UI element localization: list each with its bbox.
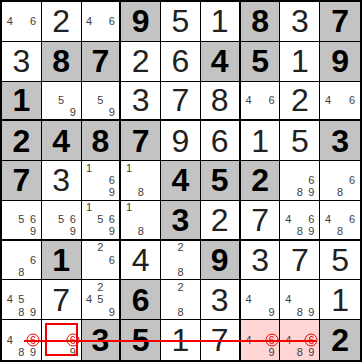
candidate-8: 8 <box>334 226 346 238</box>
cell-r8c9[interactable]: 1 <box>320 280 360 320</box>
cell-r3c9[interactable]: 46 <box>320 82 360 122</box>
candidate-6: 6 <box>266 94 278 106</box>
given-digit: 4 <box>52 125 70 157</box>
given-digit: 2 <box>12 125 30 157</box>
cell-r1c5[interactable]: 5 <box>161 2 201 42</box>
candidate-9: 9 <box>67 346 79 359</box>
candidate-4: 4 <box>282 294 294 306</box>
cell-r6c7[interactable]: 7 <box>241 201 281 241</box>
cell-r1c4[interactable]: 9 <box>121 2 161 42</box>
cell-r4c4[interactable]: 7 <box>121 121 161 161</box>
cell-r3c6[interactable]: 8 <box>201 82 241 122</box>
candidate-2: 2 <box>175 242 187 254</box>
solved-digit: 6 <box>172 45 190 77</box>
candidate-4: 4 <box>243 334 255 347</box>
given-digit: 6 <box>132 284 150 316</box>
candidate-6: 6 <box>106 174 117 186</box>
candidate-9: 9 <box>266 306 278 318</box>
cell-r3c8[interactable]: 2 <box>280 82 320 122</box>
cell-r8c4[interactable]: 6 <box>121 280 161 320</box>
candidate-9: 9 <box>306 187 318 199</box>
candidate-grid: 469 <box>241 320 280 360</box>
given-digit: 4 <box>211 45 229 77</box>
solved-digit: 5 <box>291 125 309 157</box>
cell-r3c7[interactable]: 46 <box>241 82 281 122</box>
candidate-6-circled: 6 <box>67 334 79 347</box>
solved-digit: 1 <box>251 125 269 157</box>
candidate-4: 4 <box>282 334 294 347</box>
candidate-5: 5 <box>16 294 28 306</box>
cell-r1c9[interactable]: 7 <box>320 2 360 42</box>
cell-r2c3[interactable]: 7 <box>82 42 122 82</box>
candidate-5: 5 <box>55 94 67 106</box>
cell-r4c7[interactable]: 1 <box>241 121 281 161</box>
candidate-1: 1 <box>123 202 135 214</box>
candidate-8: 8 <box>334 187 346 199</box>
given-digit: 7 <box>132 125 150 157</box>
solved-digit: 2 <box>132 45 150 77</box>
candidate-2: 2 <box>95 242 106 254</box>
candidate-1: 1 <box>123 162 135 174</box>
candidate-4: 4 <box>84 294 95 306</box>
given-digit: 5 <box>211 164 229 196</box>
candidate-9: 9 <box>67 106 79 118</box>
candidate-4: 4 <box>243 94 255 106</box>
cell-r9c4[interactable]: 5 <box>121 320 161 360</box>
candidate-4: 4 <box>282 214 294 226</box>
cell-r5c1[interactable]: 7 <box>2 161 42 201</box>
candidate-5: 5 <box>16 214 28 226</box>
cell-r6c2[interactable]: 569 <box>42 201 82 241</box>
given-digit: 2 <box>331 324 349 356</box>
candidate-4: 4 <box>4 294 16 306</box>
candidate-6: 6 <box>27 214 39 226</box>
candidate-5: 5 <box>95 94 106 106</box>
given-digit: 8 <box>251 5 269 37</box>
candidate-9: 9 <box>27 306 39 318</box>
solved-digit: 3 <box>211 284 229 316</box>
solved-digit: 1 <box>291 45 309 77</box>
cell-r4c9[interactable]: 3 <box>320 121 360 161</box>
cell-r3c4[interactable]: 3 <box>121 82 161 122</box>
cell-r4c2[interactable]: 4 <box>42 121 82 161</box>
cell-r6c4[interactable]: 18 <box>121 201 161 241</box>
candidate-grid: 68 <box>2 241 41 280</box>
cell-r2c2[interactable]: 8 <box>42 42 82 82</box>
solved-digit: 3 <box>132 84 150 116</box>
cell-r8c2[interactable]: 7 <box>42 280 82 320</box>
candidate-6: 6 <box>27 254 39 266</box>
cell-r6c5[interactable]: 3 <box>161 201 201 241</box>
candidate-1: 1 <box>84 162 95 174</box>
solved-digit: 7 <box>52 284 70 316</box>
cell-r1c1[interactable]: 46 <box>2 2 42 42</box>
cell-r8c6[interactable]: 3 <box>201 280 241 320</box>
solved-digit: 3 <box>251 244 269 276</box>
candidate-9: 9 <box>67 226 79 238</box>
cell-r9c3[interactable]: 3 <box>82 320 122 360</box>
candidate-4: 4 <box>84 15 95 27</box>
cell-r6c1[interactable]: 569 <box>2 201 42 241</box>
candidate-6: 6 <box>346 174 358 186</box>
candidate-grid: 49 <box>241 280 280 319</box>
candidate-6: 6 <box>27 15 39 27</box>
candidate-grid: 28 <box>161 241 200 280</box>
candidate-2: 2 <box>175 281 187 293</box>
candidate-4: 4 <box>4 334 16 347</box>
cell-r9c7[interactable]: 469 <box>241 320 281 360</box>
cell-r3c3[interactable]: 59 <box>82 82 122 122</box>
given-digit: 8 <box>52 45 70 77</box>
cell-r5c8[interactable]: 689 <box>280 161 320 201</box>
given-digit: 7 <box>12 164 30 196</box>
candidate-6: 6 <box>67 214 79 226</box>
cell-r2c1[interactable]: 3 <box>2 42 42 82</box>
candidate-grid: 18 <box>121 201 160 239</box>
candidate-4: 4 <box>322 94 334 106</box>
cell-r8c8[interactable]: 489 <box>280 280 320 320</box>
solved-digit: 9 <box>172 125 190 157</box>
given-digit: 4 <box>172 164 190 196</box>
candidate-6: 6 <box>106 214 117 226</box>
candidate-grid: 1569 <box>82 201 120 239</box>
candidate-grid: 2459 <box>82 280 120 319</box>
candidate-grid: 569 <box>2 201 41 239</box>
cell-r5c3[interactable]: 169 <box>82 161 122 201</box>
cell-r5c6[interactable]: 5 <box>201 161 241 201</box>
candidate-6: 6 <box>346 214 358 226</box>
cell-r1c6[interactable]: 1 <box>201 2 241 42</box>
cell-r4c8[interactable]: 5 <box>280 121 320 161</box>
cell-r4c5[interactable]: 9 <box>161 121 201 161</box>
candidate-grid: 59 <box>82 82 120 120</box>
candidate-grid: 69 <box>42 320 81 360</box>
candidate-grid: 28 <box>161 280 200 319</box>
given-digit: 1 <box>52 244 70 276</box>
cell-r7c6[interactable]: 9 <box>201 241 241 281</box>
cell-r2c8[interactable]: 1 <box>280 42 320 82</box>
candidate-6: 6 <box>106 15 117 27</box>
solved-digit: 1 <box>331 284 349 316</box>
candidate-9: 9 <box>106 187 117 199</box>
candidate-grid: 68 <box>320 161 360 200</box>
candidate-9: 9 <box>106 226 117 238</box>
candidate-grid: 468 <box>320 201 360 239</box>
candidate-8: 8 <box>294 306 306 318</box>
candidate-grid: 26 <box>82 241 120 280</box>
cell-r7c3[interactable]: 26 <box>82 241 122 281</box>
cell-r8c7[interactable]: 49 <box>241 280 281 320</box>
candidate-6: 6 <box>306 174 318 186</box>
cell-r8c5[interactable]: 28 <box>161 280 201 320</box>
given-digit: 7 <box>92 45 110 77</box>
cell-r7c2[interactable]: 1 <box>42 241 82 281</box>
cell-r1c2[interactable]: 2 <box>42 2 82 42</box>
cell-r6c3[interactable]: 1569 <box>82 201 122 241</box>
candidate-9: 9 <box>106 306 117 318</box>
candidate-9: 9 <box>306 346 318 359</box>
cell-r1c3[interactable]: 46 <box>82 2 122 42</box>
given-digit: 1 <box>12 84 30 116</box>
cell-r4c6[interactable]: 6 <box>201 121 241 161</box>
solved-digit: 1 <box>172 324 190 356</box>
candidate-grid: 4689 <box>280 320 319 360</box>
cell-r9c9[interactable]: 2 <box>320 320 360 360</box>
cell-r7c4[interactable]: 4 <box>121 241 161 281</box>
solved-digit: 3 <box>52 164 70 196</box>
given-digit: 3 <box>172 204 190 236</box>
cell-r8c3[interactable]: 2459 <box>82 280 122 320</box>
candidate-8: 8 <box>135 226 147 238</box>
cell-r4c1[interactable]: 2 <box>2 121 42 161</box>
cell-r2c6[interactable]: 4 <box>201 42 241 82</box>
cell-r3c2[interactable]: 59 <box>42 82 82 122</box>
given-digit: 7 <box>331 5 349 37</box>
solved-digit: 2 <box>52 5 70 37</box>
cell-r9c5[interactable]: 1 <box>161 320 201 360</box>
given-digit: 5 <box>132 324 150 356</box>
candidate-grid: 4589 <box>2 280 41 319</box>
cell-r5c9[interactable]: 68 <box>320 161 360 201</box>
candidate-8: 8 <box>294 187 306 199</box>
sudoku-board: 4624695183738726451915959378462462487961… <box>0 0 362 362</box>
candidate-6: 6 <box>346 94 358 106</box>
cell-r9c8[interactable]: 4689 <box>280 320 320 360</box>
candidate-8: 8 <box>135 187 147 199</box>
cell-r5c7[interactable]: 2 <box>241 161 281 201</box>
cell-r7c9[interactable]: 5 <box>320 241 360 281</box>
candidate-9: 9 <box>27 226 39 238</box>
cell-r2c5[interactable]: 6 <box>161 42 201 82</box>
candidate-grid: 59 <box>42 82 81 120</box>
solved-digit: 2 <box>291 84 309 116</box>
cell-r5c5[interactable]: 4 <box>161 161 201 201</box>
solved-digit: 2 <box>211 204 229 236</box>
candidate-4: 4 <box>322 214 334 226</box>
candidate-9: 9 <box>27 346 39 359</box>
candidate-grid: 4689 <box>280 201 319 239</box>
candidate-4: 4 <box>243 294 255 306</box>
cell-r8c1[interactable]: 4589 <box>2 280 42 320</box>
cell-r1c8[interactable]: 3 <box>280 2 320 42</box>
given-digit: 2 <box>251 164 269 196</box>
cell-r7c1[interactable]: 68 <box>2 241 42 281</box>
candidate-8: 8 <box>16 306 28 318</box>
cell-r4c3[interactable]: 8 <box>82 121 122 161</box>
solved-digit: 3 <box>291 5 309 37</box>
candidate-1: 1 <box>84 202 95 214</box>
candidate-8: 8 <box>294 226 306 238</box>
cell-r5c4[interactable]: 18 <box>121 161 161 201</box>
candidate-grid: 18 <box>121 161 160 200</box>
candidate-grid: 46 <box>82 2 120 41</box>
given-digit: 3 <box>92 324 110 356</box>
candidate-9: 9 <box>106 106 117 118</box>
candidate-grid: 569 <box>42 201 81 239</box>
candidate-8: 8 <box>16 346 28 359</box>
solved-digit: 4 <box>132 244 150 276</box>
candidate-grid: 46 <box>320 82 360 120</box>
cell-r9c2[interactable]: 69 <box>42 320 82 360</box>
cell-r3c1[interactable]: 1 <box>2 82 42 122</box>
candidate-5: 5 <box>95 214 106 226</box>
candidate-8: 8 <box>175 306 187 318</box>
candidate-8: 8 <box>175 266 187 278</box>
candidate-9: 9 <box>306 306 318 318</box>
cell-r7c7[interactable]: 3 <box>241 241 281 281</box>
given-digit: 8 <box>92 125 110 157</box>
solved-digit: 1 <box>211 5 229 37</box>
candidate-6-circled: 6 <box>306 334 318 347</box>
candidate-6-circled: 6 <box>266 334 278 347</box>
candidate-8: 8 <box>294 346 306 359</box>
candidate-9: 9 <box>266 346 278 359</box>
candidate-8: 8 <box>16 266 28 278</box>
candidate-2: 2 <box>95 281 106 293</box>
cell-r2c9[interactable]: 9 <box>320 42 360 82</box>
given-digit: 3 <box>331 125 349 157</box>
given-digit: 9 <box>211 244 229 276</box>
cell-r9c1[interactable]: 4689 <box>2 320 42 360</box>
solved-digit: 7 <box>251 204 269 236</box>
solved-digit: 7 <box>211 324 229 356</box>
cell-r7c8[interactable]: 7 <box>280 241 320 281</box>
cell-r6c6[interactable]: 2 <box>201 201 241 241</box>
candidate-6-circled: 6 <box>27 334 39 347</box>
solved-digit: 7 <box>291 244 309 276</box>
solved-digit: 5 <box>172 5 190 37</box>
candidate-grid: 46 <box>2 2 41 41</box>
given-digit: 9 <box>132 5 150 37</box>
cell-r6c8[interactable]: 4689 <box>280 201 320 241</box>
candidate-9: 9 <box>306 226 318 238</box>
cell-r6c9[interactable]: 468 <box>320 201 360 241</box>
cell-r7c5[interactable]: 28 <box>161 241 201 281</box>
solved-digit: 6 <box>211 125 229 157</box>
candidate-grid: 46 <box>241 82 280 120</box>
cell-r3c5[interactable]: 7 <box>161 82 201 122</box>
candidate-grid: 489 <box>280 280 319 319</box>
solved-digit: 8 <box>211 84 229 116</box>
cell-r2c4[interactable]: 2 <box>121 42 161 82</box>
candidate-6: 6 <box>306 214 318 226</box>
candidate-grid: 689 <box>280 161 319 200</box>
candidate-5: 5 <box>95 294 106 306</box>
candidate-5: 5 <box>55 214 67 226</box>
cell-r9c6[interactable]: 7 <box>201 320 241 360</box>
solved-digit: 5 <box>331 244 349 276</box>
given-digit: 9 <box>331 45 349 77</box>
candidate-grid: 169 <box>82 161 120 200</box>
cell-r1c7[interactable]: 8 <box>241 2 281 42</box>
candidate-grid: 4689 <box>2 320 41 360</box>
candidate-4: 4 <box>4 15 16 27</box>
cell-r2c7[interactable]: 5 <box>241 42 281 82</box>
candidate-6: 6 <box>106 254 117 266</box>
cell-r5c2[interactable]: 3 <box>42 161 82 201</box>
given-digit: 5 <box>251 45 269 77</box>
solved-digit: 7 <box>172 84 190 116</box>
solved-digit: 3 <box>12 45 30 77</box>
